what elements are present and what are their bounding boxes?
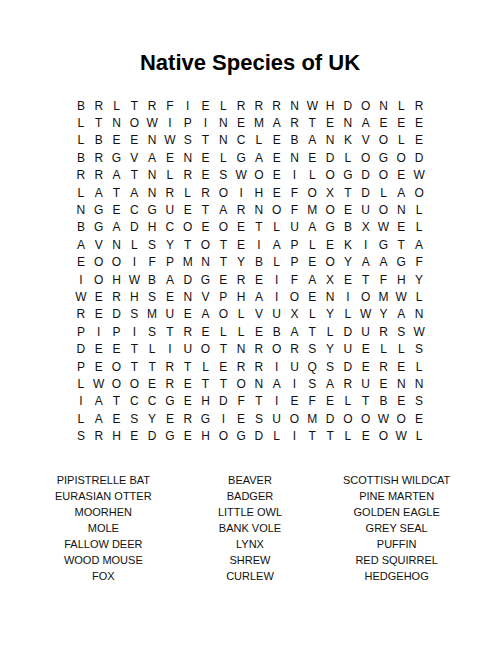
grid-cell-r11c14[interactable]: A — [303, 271, 321, 288]
grid-cell-r5c13[interactable]: I — [286, 167, 304, 184]
grid-cell-r10c17[interactable]: A — [357, 254, 375, 271]
grid-cell-r10c16[interactable]: Y — [339, 254, 357, 271]
grid-cell-r7c6[interactable]: U — [161, 201, 179, 218]
grid-cell-r7c7[interactable]: E — [179, 201, 197, 218]
grid-cell-r20c13[interactable]: I — [286, 427, 304, 444]
grid-cell-r6c18[interactable]: L — [375, 184, 393, 201]
grid-cell-r13c20[interactable]: N — [410, 306, 428, 323]
grid-cell-r2c10[interactable]: E — [232, 114, 250, 131]
grid-cell-r2c17[interactable]: A — [357, 114, 375, 131]
grid-cell-r1c12[interactable]: R — [268, 97, 286, 114]
grid-cell-r6c19[interactable]: A — [392, 184, 410, 201]
grid-cell-r4c16[interactable]: L — [339, 149, 357, 166]
grid-cell-r20c2[interactable]: R — [90, 427, 108, 444]
grid-cell-r8c14[interactable]: A — [303, 219, 321, 236]
grid-cell-r8c17[interactable]: X — [357, 219, 375, 236]
grid-cell-r19c4[interactable]: S — [125, 410, 143, 427]
grid-cell-r3c20[interactable]: E — [410, 132, 428, 149]
grid-cell-r10c6[interactable]: P — [161, 254, 179, 271]
grid-cell-r2c8[interactable]: I — [197, 114, 215, 131]
grid-cell-r11c18[interactable]: F — [375, 271, 393, 288]
grid-cell-r19c14[interactable]: M — [303, 410, 321, 427]
grid-cell-r17c3[interactable]: O — [108, 375, 126, 392]
grid-cell-r6c17[interactable]: D — [357, 184, 375, 201]
grid-cell-r7c8[interactable]: T — [197, 201, 215, 218]
grid-cell-r9c13[interactable]: P — [286, 236, 304, 253]
grid-cell-r18c19[interactable]: E — [392, 393, 410, 410]
grid-cell-r18c15[interactable]: E — [321, 393, 339, 410]
grid-cell-r4c2[interactable]: R — [90, 149, 108, 166]
grid-cell-r10c8[interactable]: N — [197, 254, 215, 271]
grid-cell-r14c8[interactable]: E — [197, 323, 215, 340]
grid-cell-r17c5[interactable]: E — [143, 375, 161, 392]
grid-cell-r11c11[interactable]: E — [250, 271, 268, 288]
grid-cell-r15c5[interactable]: L — [143, 340, 161, 357]
grid-cell-r20c18[interactable]: O — [375, 427, 393, 444]
grid-cell-r10c11[interactable]: B — [250, 254, 268, 271]
grid-cell-r11c12[interactable]: I — [268, 271, 286, 288]
grid-cell-r9c18[interactable]: G — [375, 236, 393, 253]
grid-cell-r14c1[interactable]: P — [72, 323, 90, 340]
grid-cell-r17c7[interactable]: E — [179, 375, 197, 392]
grid-cell-r7c20[interactable]: L — [410, 201, 428, 218]
grid-cell-r7c16[interactable]: E — [339, 201, 357, 218]
grid-cell-r11c20[interactable]: Y — [410, 271, 428, 288]
grid-cell-r15c10[interactable]: N — [232, 340, 250, 357]
grid-cell-r2c20[interactable]: E — [410, 114, 428, 131]
grid-cell-r3c5[interactable]: N — [143, 132, 161, 149]
grid-cell-r19c7[interactable]: R — [179, 410, 197, 427]
grid-cell-r11c5[interactable]: B — [143, 271, 161, 288]
grid-cell-r16c5[interactable]: T — [143, 358, 161, 375]
grid-cell-r12c4[interactable]: H — [125, 288, 143, 305]
grid-cell-r9c12[interactable]: A — [268, 236, 286, 253]
grid-cell-r4c4[interactable]: V — [125, 149, 143, 166]
grid-cell-r13c9[interactable]: O — [214, 306, 232, 323]
grid-cell-r1c6[interactable]: F — [161, 97, 179, 114]
grid-cell-r12c17[interactable]: O — [357, 288, 375, 305]
grid-cell-r18c2[interactable]: A — [90, 393, 108, 410]
grid-cell-r12c13[interactable]: O — [286, 288, 304, 305]
grid-cell-r7c14[interactable]: M — [303, 201, 321, 218]
grid-cell-r4c9[interactable]: L — [214, 149, 232, 166]
grid-cell-r2c7[interactable]: P — [179, 114, 197, 131]
grid-cell-r17c16[interactable]: R — [339, 375, 357, 392]
grid-cell-r19c8[interactable]: G — [197, 410, 215, 427]
grid-cell-r13c14[interactable]: L — [303, 306, 321, 323]
grid-cell-r3c7[interactable]: S — [179, 132, 197, 149]
grid-cell-r5c14[interactable]: L — [303, 167, 321, 184]
grid-cell-r5c12[interactable]: E — [268, 167, 286, 184]
grid-cell-r5c8[interactable]: E — [197, 167, 215, 184]
grid-cell-r15c1[interactable]: D — [72, 340, 90, 357]
grid-cell-r2c12[interactable]: A — [268, 114, 286, 131]
grid-cell-r20c12[interactable]: L — [268, 427, 286, 444]
grid-cell-r8c8[interactable]: E — [197, 219, 215, 236]
grid-cell-r8c5[interactable]: H — [143, 219, 161, 236]
grid-cell-r19c9[interactable]: I — [214, 410, 232, 427]
grid-cell-r19c10[interactable]: E — [232, 410, 250, 427]
grid-cell-r7c10[interactable]: R — [232, 201, 250, 218]
grid-cell-r1c17[interactable]: O — [357, 97, 375, 114]
grid-cell-r15c8[interactable]: O — [197, 340, 215, 357]
grid-cell-r3c12[interactable]: E — [268, 132, 286, 149]
grid-cell-r5c2[interactable]: R — [90, 167, 108, 184]
grid-cell-r2c6[interactable]: I — [161, 114, 179, 131]
grid-cell-r3c11[interactable]: L — [250, 132, 268, 149]
grid-cell-r19c17[interactable]: O — [357, 410, 375, 427]
grid-cell-r2c4[interactable]: O — [125, 114, 143, 131]
grid-cell-r8c11[interactable]: T — [250, 219, 268, 236]
grid-cell-r13c18[interactable]: Y — [375, 306, 393, 323]
grid-cell-r4c1[interactable]: B — [72, 149, 90, 166]
grid-cell-r6c13[interactable]: F — [286, 184, 304, 201]
grid-cell-r15c12[interactable]: O — [268, 340, 286, 357]
grid-cell-r4c10[interactable]: G — [232, 149, 250, 166]
grid-cell-r7c3[interactable]: E — [108, 201, 126, 218]
grid-cell-r15c15[interactable]: Y — [321, 340, 339, 357]
grid-cell-r3c1[interactable]: L — [72, 132, 90, 149]
grid-cell-r14c18[interactable]: R — [375, 323, 393, 340]
grid-cell-r8c16[interactable]: B — [339, 219, 357, 236]
grid-cell-r18c6[interactable]: G — [161, 393, 179, 410]
grid-cell-r5c1[interactable]: R — [72, 167, 90, 184]
grid-cell-r5c6[interactable]: L — [161, 167, 179, 184]
grid-cell-r8c18[interactable]: W — [375, 219, 393, 236]
grid-cell-r5c16[interactable]: G — [339, 167, 357, 184]
grid-cell-r10c12[interactable]: L — [268, 254, 286, 271]
grid-cell-r5c7[interactable]: R — [179, 167, 197, 184]
grid-cell-r5c10[interactable]: W — [232, 167, 250, 184]
grid-cell-r4c19[interactable]: O — [392, 149, 410, 166]
grid-cell-r14c2[interactable]: I — [90, 323, 108, 340]
grid-cell-r18c9[interactable]: D — [214, 393, 232, 410]
grid-cell-r18c18[interactable]: B — [375, 393, 393, 410]
grid-cell-r17c8[interactable]: T — [197, 375, 215, 392]
grid-cell-r8c20[interactable]: L — [410, 219, 428, 236]
grid-cell-r8c1[interactable]: B — [72, 219, 90, 236]
grid-cell-r8c2[interactable]: G — [90, 219, 108, 236]
grid-cell-r9c3[interactable]: N — [108, 236, 126, 253]
grid-cell-r19c18[interactable]: W — [375, 410, 393, 427]
grid-cell-r14c17[interactable]: U — [357, 323, 375, 340]
grid-cell-r10c20[interactable]: F — [410, 254, 428, 271]
grid-cell-r20c20[interactable]: L — [410, 427, 428, 444]
grid-cell-r6c12[interactable]: E — [268, 184, 286, 201]
grid-cell-r16c11[interactable]: R — [250, 358, 268, 375]
grid-cell-r3c9[interactable]: N — [214, 132, 232, 149]
grid-cell-r15c19[interactable]: L — [392, 340, 410, 357]
grid-cell-r1c8[interactable]: E — [197, 97, 215, 114]
grid-cell-r2c1[interactable]: L — [72, 114, 90, 131]
grid-cell-r11c10[interactable]: R — [232, 271, 250, 288]
grid-cell-r20c7[interactable]: E — [179, 427, 197, 444]
grid-cell-r19c5[interactable]: Y — [143, 410, 161, 427]
grid-cell-r1c18[interactable]: N — [375, 97, 393, 114]
grid-cell-r19c16[interactable]: O — [339, 410, 357, 427]
grid-cell-r17c13[interactable]: I — [286, 375, 304, 392]
grid-cell-r13c6[interactable]: U — [161, 306, 179, 323]
grid-cell-r9c6[interactable]: Y — [161, 236, 179, 253]
grid-cell-r7c1[interactable]: N — [72, 201, 90, 218]
grid-cell-r18c10[interactable]: F — [232, 393, 250, 410]
grid-cell-r1c2[interactable]: R — [90, 97, 108, 114]
grid-cell-r19c19[interactable]: O — [392, 410, 410, 427]
grid-cell-r17c19[interactable]: N — [392, 375, 410, 392]
grid-cell-r10c5[interactable]: F — [143, 254, 161, 271]
grid-cell-r1c9[interactable]: L — [214, 97, 232, 114]
grid-cell-r7c12[interactable]: O — [268, 201, 286, 218]
grid-cell-r9c1[interactable]: A — [72, 236, 90, 253]
grid-cell-r12c20[interactable]: L — [410, 288, 428, 305]
grid-cell-r20c1[interactable]: S — [72, 427, 90, 444]
grid-cell-r17c12[interactable]: A — [268, 375, 286, 392]
grid-cell-r3c3[interactable]: E — [108, 132, 126, 149]
grid-cell-r19c6[interactable]: E — [161, 410, 179, 427]
grid-cell-r17c11[interactable]: N — [250, 375, 268, 392]
grid-cell-r13c1[interactable]: R — [72, 306, 90, 323]
grid-cell-r6c11[interactable]: H — [250, 184, 268, 201]
grid-cell-r13c8[interactable]: A — [197, 306, 215, 323]
grid-cell-r12c10[interactable]: H — [232, 288, 250, 305]
grid-cell-r6c7[interactable]: L — [179, 184, 197, 201]
grid-cell-r12c8[interactable]: V — [197, 288, 215, 305]
grid-cell-r14c5[interactable]: S — [143, 323, 161, 340]
grid-cell-r20c16[interactable]: L — [339, 427, 357, 444]
grid-cell-r20c5[interactable]: D — [143, 427, 161, 444]
grid-cell-r16c19[interactable]: E — [392, 358, 410, 375]
grid-cell-r1c5[interactable]: R — [143, 97, 161, 114]
grid-cell-r9c5[interactable]: S — [143, 236, 161, 253]
grid-cell-r17c20[interactable]: N — [410, 375, 428, 392]
grid-cell-r1c10[interactable]: R — [232, 97, 250, 114]
grid-cell-r15c4[interactable]: T — [125, 340, 143, 357]
grid-cell-r11c6[interactable]: A — [161, 271, 179, 288]
grid-cell-r16c9[interactable]: E — [214, 358, 232, 375]
grid-cell-r3c18[interactable]: O — [375, 132, 393, 149]
grid-cell-r4c15[interactable]: D — [321, 149, 339, 166]
grid-cell-r7c9[interactable]: A — [214, 201, 232, 218]
grid-cell-r20c15[interactable]: T — [321, 427, 339, 444]
grid-cell-r9c2[interactable]: V — [90, 236, 108, 253]
grid-cell-r2c3[interactable]: N — [108, 114, 126, 131]
grid-cell-r18c20[interactable]: S — [410, 393, 428, 410]
grid-cell-r8c4[interactable]: D — [125, 219, 143, 236]
grid-cell-r11c15[interactable]: X — [321, 271, 339, 288]
grid-cell-r14c7[interactable]: R — [179, 323, 197, 340]
grid-cell-r3c10[interactable]: C — [232, 132, 250, 149]
grid-cell-r14c20[interactable]: W — [410, 323, 428, 340]
grid-cell-r17c9[interactable]: T — [214, 375, 232, 392]
grid-cell-r16c17[interactable]: E — [357, 358, 375, 375]
grid-cell-r1c4[interactable]: T — [125, 97, 143, 114]
grid-cell-r5c5[interactable]: N — [143, 167, 161, 184]
grid-cell-r17c2[interactable]: W — [90, 375, 108, 392]
grid-cell-r16c20[interactable]: L — [410, 358, 428, 375]
grid-cell-r4c6[interactable]: E — [161, 149, 179, 166]
grid-cell-r3c8[interactable]: T — [197, 132, 215, 149]
grid-cell-r7c13[interactable]: F — [286, 201, 304, 218]
grid-cell-r1c19[interactable]: L — [392, 97, 410, 114]
grid-cell-r13c19[interactable]: A — [392, 306, 410, 323]
grid-cell-r16c1[interactable]: P — [72, 358, 90, 375]
grid-cell-r6c2[interactable]: A — [90, 184, 108, 201]
grid-cell-r8c9[interactable]: O — [214, 219, 232, 236]
grid-cell-r4c12[interactable]: E — [268, 149, 286, 166]
grid-cell-r8c3[interactable]: A — [108, 219, 126, 236]
grid-cell-r12c19[interactable]: W — [392, 288, 410, 305]
grid-cell-r19c1[interactable]: L — [72, 410, 90, 427]
grid-cell-r2c16[interactable]: N — [339, 114, 357, 131]
grid-cell-r11c1[interactable]: I — [72, 271, 90, 288]
grid-cell-r11c9[interactable]: E — [214, 271, 232, 288]
grid-cell-r5c19[interactable]: E — [392, 167, 410, 184]
grid-cell-r14c11[interactable]: E — [250, 323, 268, 340]
grid-cell-r3c16[interactable]: K — [339, 132, 357, 149]
grid-cell-r14c16[interactable]: D — [339, 323, 357, 340]
grid-cell-r9c9[interactable]: T — [214, 236, 232, 253]
grid-cell-r7c4[interactable]: C — [125, 201, 143, 218]
grid-cell-r20c11[interactable]: D — [250, 427, 268, 444]
grid-cell-r10c10[interactable]: Y — [232, 254, 250, 271]
grid-cell-r6c5[interactable]: N — [143, 184, 161, 201]
grid-cell-r19c12[interactable]: U — [268, 410, 286, 427]
grid-cell-r15c16[interactable]: U — [339, 340, 357, 357]
grid-cell-r8c15[interactable]: G — [321, 219, 339, 236]
grid-cell-r18c5[interactable]: C — [143, 393, 161, 410]
grid-cell-r2c18[interactable]: E — [375, 114, 393, 131]
grid-cell-r12c14[interactable]: E — [303, 288, 321, 305]
grid-cell-r18c4[interactable]: C — [125, 393, 143, 410]
grid-cell-r18c12[interactable]: I — [268, 393, 286, 410]
grid-cell-r9c19[interactable]: T — [392, 236, 410, 253]
grid-cell-r18c1[interactable]: I — [72, 393, 90, 410]
grid-cell-r11c3[interactable]: H — [108, 271, 126, 288]
grid-cell-r2c13[interactable]: R — [286, 114, 304, 131]
grid-cell-r15c6[interactable]: I — [161, 340, 179, 357]
grid-cell-r17c6[interactable]: R — [161, 375, 179, 392]
grid-cell-r20c6[interactable]: G — [161, 427, 179, 444]
grid-cell-r11c16[interactable]: E — [339, 271, 357, 288]
grid-cell-r20c9[interactable]: O — [214, 427, 232, 444]
grid-cell-r4c3[interactable]: G — [108, 149, 126, 166]
grid-cell-r11c4[interactable]: W — [125, 271, 143, 288]
grid-cell-r6c16[interactable]: T — [339, 184, 357, 201]
grid-cell-r12c6[interactable]: E — [161, 288, 179, 305]
grid-cell-r3c4[interactable]: E — [125, 132, 143, 149]
grid-cell-r10c18[interactable]: A — [375, 254, 393, 271]
grid-cell-r2c5[interactable]: W — [143, 114, 161, 131]
grid-cell-r6c8[interactable]: R — [197, 184, 215, 201]
grid-cell-r5c9[interactable]: S — [214, 167, 232, 184]
grid-cell-r15c17[interactable]: E — [357, 340, 375, 357]
grid-cell-r12c16[interactable]: I — [339, 288, 357, 305]
grid-cell-r8c13[interactable]: U — [286, 219, 304, 236]
grid-cell-r9c14[interactable]: L — [303, 236, 321, 253]
grid-cell-r13c3[interactable]: D — [108, 306, 126, 323]
grid-cell-r1c11[interactable]: R — [250, 97, 268, 114]
grid-cell-r6c14[interactable]: O — [303, 184, 321, 201]
grid-cell-r4c18[interactable]: G — [375, 149, 393, 166]
grid-cell-r19c11[interactable]: S — [250, 410, 268, 427]
grid-cell-r17c18[interactable]: E — [375, 375, 393, 392]
grid-cell-r2c14[interactable]: T — [303, 114, 321, 131]
grid-cell-r14c4[interactable]: I — [125, 323, 143, 340]
grid-cell-r8c7[interactable]: O — [179, 219, 197, 236]
grid-cell-r2c2[interactable]: T — [90, 114, 108, 131]
grid-cell-r3c6[interactable]: W — [161, 132, 179, 149]
grid-cell-r6c6[interactable]: R — [161, 184, 179, 201]
grid-cell-r14c15[interactable]: L — [321, 323, 339, 340]
grid-cell-r5c20[interactable]: W — [410, 167, 428, 184]
grid-cell-r2c15[interactable]: E — [321, 114, 339, 131]
grid-cell-r14c9[interactable]: L — [214, 323, 232, 340]
grid-cell-r10c3[interactable]: O — [108, 254, 126, 271]
grid-cell-r4c20[interactable]: D — [410, 149, 428, 166]
grid-cell-r2c19[interactable]: E — [392, 114, 410, 131]
grid-cell-r3c2[interactable]: B — [90, 132, 108, 149]
grid-cell-r13c10[interactable]: L — [232, 306, 250, 323]
grid-cell-r7c2[interactable]: G — [90, 201, 108, 218]
grid-cell-r8c10[interactable]: E — [232, 219, 250, 236]
grid-cell-r3c14[interactable]: A — [303, 132, 321, 149]
grid-cell-r19c20[interactable]: E — [410, 410, 428, 427]
grid-cell-r16c3[interactable]: O — [108, 358, 126, 375]
grid-cell-r9c7[interactable]: T — [179, 236, 197, 253]
grid-cell-r12c3[interactable]: R — [108, 288, 126, 305]
grid-cell-r10c7[interactable]: M — [179, 254, 197, 271]
grid-cell-r1c20[interactable]: R — [410, 97, 428, 114]
grid-cell-r15c11[interactable]: R — [250, 340, 268, 357]
grid-cell-r10c14[interactable]: E — [303, 254, 321, 271]
grid-cell-r16c7[interactable]: T — [179, 358, 197, 375]
grid-cell-r12c9[interactable]: P — [214, 288, 232, 305]
grid-cell-r1c14[interactable]: W — [303, 97, 321, 114]
grid-cell-r1c15[interactable]: H — [321, 97, 339, 114]
grid-cell-r4c11[interactable]: A — [250, 149, 268, 166]
grid-cell-r13c17[interactable]: W — [357, 306, 375, 323]
grid-cell-r12c18[interactable]: M — [375, 288, 393, 305]
grid-cell-r15c7[interactable]: U — [179, 340, 197, 357]
grid-cell-r14c6[interactable]: T — [161, 323, 179, 340]
grid-cell-r19c3[interactable]: E — [108, 410, 126, 427]
grid-cell-r9c17[interactable]: I — [357, 236, 375, 253]
grid-cell-r5c15[interactable]: O — [321, 167, 339, 184]
grid-cell-r9c15[interactable]: E — [321, 236, 339, 253]
grid-cell-r15c13[interactable]: R — [286, 340, 304, 357]
grid-cell-r16c2[interactable]: E — [90, 358, 108, 375]
grid-cell-r14c3[interactable]: P — [108, 323, 126, 340]
grid-cell-r16c10[interactable]: R — [232, 358, 250, 375]
grid-cell-r15c20[interactable]: S — [410, 340, 428, 357]
grid-cell-r1c3[interactable]: L — [108, 97, 126, 114]
grid-cell-r6c3[interactable]: T — [108, 184, 126, 201]
grid-cell-r19c15[interactable]: D — [321, 410, 339, 427]
grid-cell-r18c11[interactable]: T — [250, 393, 268, 410]
grid-cell-r15c2[interactable]: E — [90, 340, 108, 357]
grid-cell-r12c12[interactable]: I — [268, 288, 286, 305]
grid-cell-r18c17[interactable]: T — [357, 393, 375, 410]
grid-cell-r16c4[interactable]: T — [125, 358, 143, 375]
grid-cell-r1c7[interactable]: I — [179, 97, 197, 114]
grid-cell-r13c12[interactable]: U — [268, 306, 286, 323]
grid-cell-r6c15[interactable]: X — [321, 184, 339, 201]
grid-cell-r4c5[interactable]: A — [143, 149, 161, 166]
grid-cell-r13c15[interactable]: Y — [321, 306, 339, 323]
grid-cell-r17c1[interactable]: L — [72, 375, 90, 392]
grid-cell-r20c10[interactable]: G — [232, 427, 250, 444]
grid-cell-r11c19[interactable]: H — [392, 271, 410, 288]
